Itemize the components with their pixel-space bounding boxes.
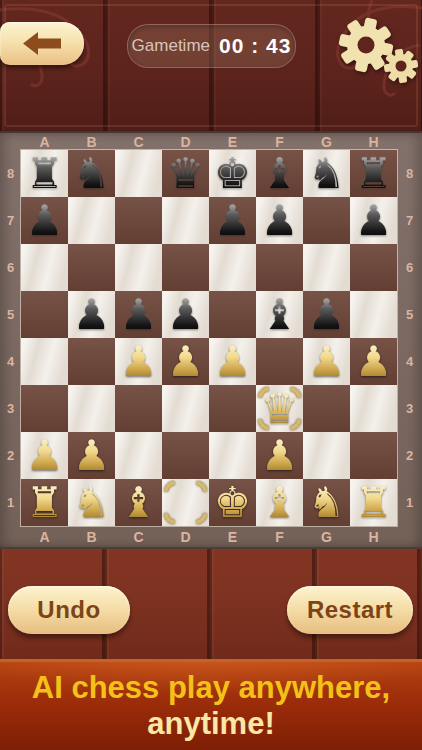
coordinate-label: 8 — [397, 150, 422, 197]
white-knight: ♞ — [308, 482, 346, 524]
square-a3[interactable] — [21, 385, 68, 432]
square-b3[interactable] — [68, 385, 115, 432]
square-c1[interactable]: ♝ — [115, 479, 162, 526]
banner-line-2: anytime! — [0, 706, 422, 742]
square-b1[interactable]: ♞ — [68, 479, 115, 526]
black-pawn: ♟ — [73, 294, 111, 336]
coordinate-label: 5 — [397, 291, 422, 338]
coordinate-label: H — [350, 529, 397, 545]
square-e2[interactable] — [209, 432, 256, 479]
square-c6[interactable] — [115, 244, 162, 291]
control-area: Undo Restart — [0, 549, 422, 659]
coordinate-label: 6 — [0, 244, 21, 291]
square-g6[interactable] — [303, 244, 350, 291]
coordinate-label: 6 — [397, 244, 422, 291]
square-f6[interactable] — [256, 244, 303, 291]
white-king: ♚ — [214, 482, 252, 524]
gametime-label: Gametime — [132, 36, 210, 56]
undo-button[interactable]: Undo — [8, 586, 130, 634]
coordinate-label: 3 — [397, 385, 422, 432]
square-e4[interactable]: ♟ — [209, 338, 256, 385]
coordinate-label: D — [162, 134, 209, 150]
square-b4[interactable] — [68, 338, 115, 385]
white-bishop: ♝ — [120, 482, 158, 524]
square-c2[interactable] — [115, 432, 162, 479]
coordinate-label: B — [68, 529, 115, 545]
move-highlight-mark — [182, 499, 212, 529]
chess-board[interactable]: ♜♞♛♚♝♞♜♟♟♟♟♟♟♟♝♟♟♟♟♟♟♛♟♟♟♜♞♝♚♝♞♜ — [21, 150, 397, 526]
square-d8[interactable]: ♛ — [162, 150, 209, 197]
square-g2[interactable] — [303, 432, 350, 479]
coordinate-label: 2 — [397, 432, 422, 479]
square-d6[interactable] — [162, 244, 209, 291]
black-pawn: ♟ — [308, 294, 346, 336]
coordinate-label: 3 — [0, 385, 21, 432]
coordinate-label: F — [256, 134, 303, 150]
square-c8[interactable] — [115, 150, 162, 197]
black-pawn: ♟ — [167, 294, 205, 336]
coordinate-label: C — [115, 529, 162, 545]
black-knight: ♞ — [73, 153, 111, 195]
white-pawn: ♟ — [261, 435, 299, 477]
square-f7[interactable]: ♟ — [256, 197, 303, 244]
white-pawn: ♟ — [73, 435, 111, 477]
white-bishop: ♝ — [261, 482, 299, 524]
square-e7[interactable]: ♟ — [209, 197, 256, 244]
square-a2[interactable]: ♟ — [21, 432, 68, 479]
square-f4[interactable] — [256, 338, 303, 385]
coordinate-label: 4 — [397, 338, 422, 385]
square-d1[interactable] — [162, 479, 209, 526]
white-pawn: ♟ — [120, 341, 158, 383]
chess-app-screen: Gametime 00 : 43 — [0, 0, 422, 750]
coordinate-label: H — [350, 134, 397, 150]
coordinate-label: 7 — [397, 197, 422, 244]
square-h2[interactable] — [350, 432, 397, 479]
back-arrow-icon — [23, 30, 61, 57]
square-h7[interactable]: ♟ — [350, 197, 397, 244]
white-rook: ♜ — [26, 482, 64, 524]
coordinate-label: 4 — [0, 338, 21, 385]
coordinate-label: A — [21, 134, 68, 150]
white-pawn: ♟ — [167, 341, 205, 383]
coordinate-label: D — [162, 529, 209, 545]
coordinate-label: 7 — [0, 197, 21, 244]
square-b6[interactable] — [68, 244, 115, 291]
square-h6[interactable] — [350, 244, 397, 291]
black-rook: ♜ — [355, 153, 393, 195]
rank-labels-right: 87654321 — [397, 150, 422, 526]
square-h5[interactable] — [350, 291, 397, 338]
square-a4[interactable] — [21, 338, 68, 385]
black-bishop: ♝ — [261, 294, 299, 336]
coordinate-label: 8 — [0, 150, 21, 197]
coordinate-label: G — [303, 134, 350, 150]
black-rook: ♜ — [26, 153, 64, 195]
square-c3[interactable] — [115, 385, 162, 432]
white-pawn: ♟ — [308, 341, 346, 383]
square-b8[interactable]: ♞ — [68, 150, 115, 197]
black-knight: ♞ — [308, 153, 346, 195]
square-d5[interactable]: ♟ — [162, 291, 209, 338]
top-bar: Gametime 00 : 43 — [0, 0, 422, 131]
gametime-value: 00 : 43 — [219, 34, 291, 58]
white-pawn: ♟ — [214, 341, 252, 383]
square-e8[interactable]: ♚ — [209, 150, 256, 197]
file-labels-bottom: ABCDEFGH — [21, 529, 397, 545]
banner-line-1: AI chess play anywhere, — [0, 669, 422, 706]
square-f8[interactable]: ♝ — [256, 150, 303, 197]
promo-banner: AI chess play anywhere, anytime! — [0, 659, 422, 750]
chess-board-frame: ABCDEFGH 87654321 ♜♞♛♚♝♞♜♟♟♟♟♟♟♟♝♟♟♟♟♟♟♛… — [0, 131, 422, 549]
square-g4[interactable]: ♟ — [303, 338, 350, 385]
white-knight: ♞ — [73, 482, 111, 524]
square-e3[interactable] — [209, 385, 256, 432]
square-e5[interactable] — [209, 291, 256, 338]
black-pawn: ♟ — [261, 200, 299, 242]
square-h8[interactable]: ♜ — [350, 150, 397, 197]
square-g5[interactable]: ♟ — [303, 291, 350, 338]
square-e1[interactable]: ♚ — [209, 479, 256, 526]
black-bishop: ♝ — [261, 153, 299, 195]
back-button[interactable] — [0, 22, 84, 65]
square-b2[interactable]: ♟ — [68, 432, 115, 479]
square-c5[interactable]: ♟ — [115, 291, 162, 338]
coordinate-label: A — [21, 529, 68, 545]
square-c7[interactable] — [115, 197, 162, 244]
square-f5[interactable]: ♝ — [256, 291, 303, 338]
coordinate-label: B — [68, 134, 115, 150]
square-b7[interactable] — [68, 197, 115, 244]
coordinate-label: E — [209, 529, 256, 545]
square-h1[interactable]: ♜ — [350, 479, 397, 526]
coordinate-label: C — [115, 134, 162, 150]
square-d3[interactable] — [162, 385, 209, 432]
coordinate-label: F — [256, 529, 303, 545]
square-f3[interactable]: ♛ — [256, 385, 303, 432]
square-a5[interactable] — [21, 291, 68, 338]
square-a8[interactable]: ♜ — [21, 150, 68, 197]
black-pawn: ♟ — [26, 200, 64, 242]
square-a1[interactable]: ♜ — [21, 479, 68, 526]
black-pawn: ♟ — [214, 200, 252, 242]
settings-button[interactable] — [328, 8, 420, 90]
square-e6[interactable] — [209, 244, 256, 291]
square-a6[interactable] — [21, 244, 68, 291]
square-h3[interactable] — [350, 385, 397, 432]
coordinate-label: 2 — [0, 432, 21, 479]
white-rook: ♜ — [355, 482, 393, 524]
coordinate-label: 1 — [397, 479, 422, 526]
square-b5[interactable]: ♟ — [68, 291, 115, 338]
black-pawn: ♟ — [355, 200, 393, 242]
coordinate-label: 5 — [0, 291, 21, 338]
square-d4[interactable]: ♟ — [162, 338, 209, 385]
file-labels-top: ABCDEFGH — [21, 134, 397, 150]
coordinate-label: E — [209, 134, 256, 150]
black-pawn: ♟ — [120, 294, 158, 336]
square-d2[interactable] — [162, 432, 209, 479]
black-king: ♚ — [214, 153, 252, 195]
gametime-display: Gametime 00 : 43 — [127, 24, 296, 68]
black-queen: ♛ — [167, 153, 205, 195]
square-h4[interactable]: ♟ — [350, 338, 397, 385]
square-g8[interactable]: ♞ — [303, 150, 350, 197]
coordinate-label: G — [303, 529, 350, 545]
square-c4[interactable]: ♟ — [115, 338, 162, 385]
coordinate-label: 1 — [0, 479, 21, 526]
square-g3[interactable] — [303, 385, 350, 432]
white-pawn: ♟ — [26, 435, 64, 477]
square-d7[interactable] — [162, 197, 209, 244]
square-a7[interactable]: ♟ — [21, 197, 68, 244]
square-g1[interactable]: ♞ — [303, 479, 350, 526]
square-g7[interactable] — [303, 197, 350, 244]
white-pawn: ♟ — [355, 341, 393, 383]
square-f2[interactable]: ♟ — [256, 432, 303, 479]
restart-button[interactable]: Restart — [287, 586, 413, 634]
square-f1[interactable]: ♝ — [256, 479, 303, 526]
rank-labels-left: 87654321 — [0, 150, 21, 526]
